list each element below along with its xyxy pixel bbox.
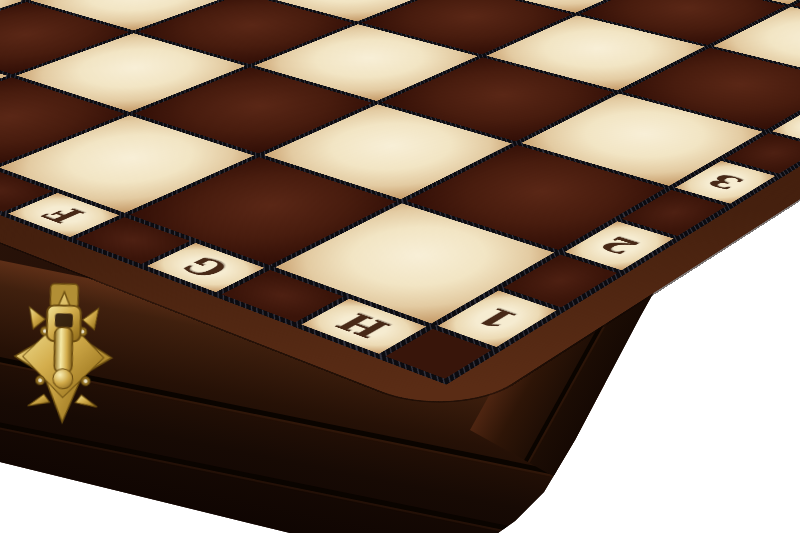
rank-label-4: 4 (795, 116, 800, 136)
latch-plate-spur (28, 394, 50, 406)
playing-squares (0, 0, 800, 324)
file-label-G: G (171, 252, 239, 282)
rank-label-2: 2 (591, 232, 648, 258)
latch-ball-knob (53, 369, 73, 389)
rank-label-3: 3 (699, 170, 751, 193)
latch-plate-spur (83, 308, 99, 330)
file-label-H: H (327, 308, 401, 343)
latch-plate-spur (75, 395, 97, 407)
file-label-F: F (33, 202, 94, 227)
latch-strap (54, 327, 73, 373)
chess-box-photo: 12345678 HGFEDCBA (0, 0, 800, 533)
latch-plate-spur (29, 307, 45, 329)
rank-label-1: 1 (466, 303, 528, 334)
brass-latch (0, 265, 131, 443)
